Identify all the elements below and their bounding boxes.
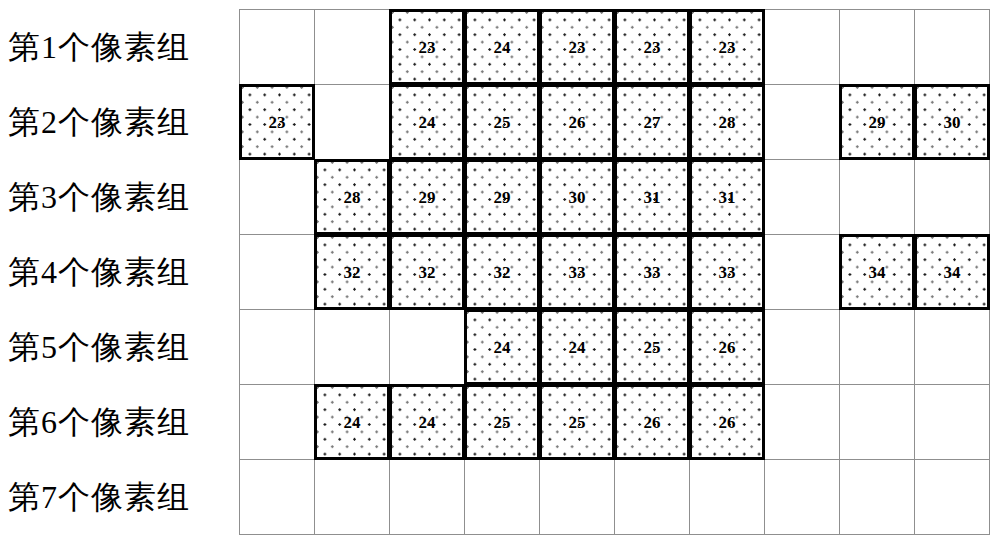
cell-value: 34 [944,264,961,281]
grid-cell-empty [840,10,914,84]
grid-cell-filled: 25 [540,385,614,459]
cell-value: 29 [869,114,886,131]
grid-cell-empty [465,460,539,534]
grid-cell-filled: 34 [915,235,989,309]
grid-cell-empty [240,460,314,534]
grid-cell-empty [690,460,764,534]
cell-value: 33 [644,264,661,281]
grid-cell-empty [765,10,839,84]
cell-value: 24 [419,114,436,131]
grid-cell-filled: 32 [465,235,539,309]
cell-value: 32 [344,264,361,281]
grid-cell-filled: 28 [690,85,764,159]
grid-cell-filled: 24 [465,10,539,84]
row-label: 第4个像素组 [8,235,234,310]
pixel-grid: 2324232323232425262728293028292930313132… [239,9,990,535]
grid-cell-filled: 24 [390,385,464,459]
grid-cell-filled: 24 [390,85,464,159]
cell-value: 23 [269,114,286,131]
grid-cell-filled: 23 [615,10,689,84]
grid-cell-filled: 25 [465,385,539,459]
cell-value: 25 [494,114,511,131]
pixel-group-figure: 第1个像素组第2个像素组第3个像素组第4个像素组第5个像素组第6个像素组第7个像… [0,0,1000,540]
cell-value: 28 [719,114,736,131]
grid-cell-filled: 32 [390,235,464,309]
cell-value: 29 [494,189,511,206]
grid-cell-empty [765,310,839,384]
grid-cell-filled: 26 [690,310,764,384]
cell-value: 25 [494,414,511,431]
grid-cell-filled: 26 [540,85,614,159]
row-label: 第3个像素组 [8,160,234,235]
grid-cell-filled: 30 [915,85,989,159]
cell-value: 30 [944,114,961,131]
row-label: 第6个像素组 [8,385,234,460]
grid-cell-empty [915,10,989,84]
cell-value: 23 [719,39,736,56]
cell-value: 24 [494,339,511,356]
grid-cell-filled: 25 [615,310,689,384]
cell-value: 32 [494,264,511,281]
grid-cell-empty [915,385,989,459]
cell-value: 24 [344,414,361,431]
grid-cell-empty [765,160,839,234]
row-label: 第7个像素组 [8,460,234,535]
grid-cell-filled: 30 [540,160,614,234]
grid-cell-filled: 26 [615,385,689,459]
grid-cell-empty [915,460,989,534]
grid-cell-empty [240,160,314,234]
grid-cell-filled: 24 [465,310,539,384]
grid-cell-empty [840,385,914,459]
grid-cell-empty [840,460,914,534]
grid-cell-filled: 31 [615,160,689,234]
grid-cell-filled: 29 [465,160,539,234]
grid-cell-empty [765,385,839,459]
cell-value: 33 [569,264,586,281]
cell-value: 29 [419,189,436,206]
grid-cell-empty [615,460,689,534]
grid-cell-empty [315,85,389,159]
grid-cell-empty [240,385,314,459]
grid-cell-filled: 29 [390,160,464,234]
row-label: 第1个像素组 [8,10,234,85]
row-label: 第2个像素组 [8,85,234,160]
grid-cell-filled: 33 [690,235,764,309]
cell-value: 31 [719,189,736,206]
cell-value: 30 [569,189,586,206]
grid-cell-empty [390,460,464,534]
grid-cell-filled: 34 [840,235,914,309]
grid-cell-filled: 32 [315,235,389,309]
grid-cell-filled: 29 [840,85,914,159]
grid-cell-empty [390,310,464,384]
grid-cell-empty [765,85,839,159]
grid-cell-empty [240,310,314,384]
cell-value: 26 [569,114,586,131]
grid-cell-empty [765,235,839,309]
cell-value: 26 [719,414,736,431]
cell-value: 25 [569,414,586,431]
grid-cell-filled: 24 [315,385,389,459]
grid-cell-empty [315,460,389,534]
cell-value: 25 [644,339,661,356]
grid-cell-filled: 33 [615,235,689,309]
cell-value: 31 [644,189,661,206]
cell-value: 28 [344,189,361,206]
grid-cell-filled: 23 [540,10,614,84]
grid-cell-filled: 31 [690,160,764,234]
grid-cell-empty [240,10,314,84]
grid-cell-empty [540,460,614,534]
cell-value: 24 [419,414,436,431]
cell-value: 33 [719,264,736,281]
grid-cell-empty [915,160,989,234]
grid-cell-empty [840,160,914,234]
grid-cell-filled: 24 [540,310,614,384]
grid-cell-filled: 25 [465,85,539,159]
cell-value: 26 [719,339,736,356]
grid-cell-empty [315,10,389,84]
row-labels: 第1个像素组第2个像素组第3个像素组第4个像素组第5个像素组第6个像素组第7个像… [8,10,234,535]
cell-value: 23 [569,39,586,56]
grid-cell-empty [840,310,914,384]
cell-value: 27 [644,114,661,131]
grid-cell-filled: 23 [240,85,314,159]
grid-cell-empty [315,310,389,384]
grid-cell-filled: 27 [615,85,689,159]
grid-cell-filled: 23 [390,10,464,84]
grid-cell-filled: 33 [540,235,614,309]
grid-cell-filled: 23 [690,10,764,84]
grid-cell-empty [915,310,989,384]
cell-value: 24 [569,339,586,356]
row-label: 第5个像素组 [8,310,234,385]
cell-value: 34 [869,264,886,281]
cell-value: 23 [644,39,661,56]
cell-value: 23 [419,39,436,56]
cell-value: 26 [644,414,661,431]
grid-cell-empty [240,235,314,309]
grid-cell-empty [765,460,839,534]
grid-cell-filled: 28 [315,160,389,234]
grid-cell-filled: 26 [690,385,764,459]
cell-value: 32 [419,264,436,281]
cell-value: 24 [494,39,511,56]
